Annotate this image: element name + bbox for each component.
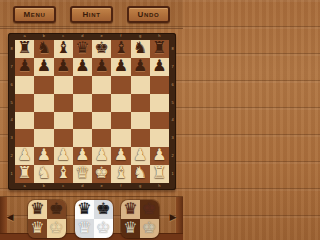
square-d5[interactable] bbox=[73, 94, 92, 112]
rank-label: 6 bbox=[9, 76, 14, 94]
square-h2[interactable]: ♟ bbox=[150, 147, 169, 165]
square-c5[interactable] bbox=[54, 94, 73, 112]
square-c2[interactable]: ♟ bbox=[54, 147, 73, 165]
square-d6[interactable] bbox=[73, 76, 92, 94]
square-f5[interactable] bbox=[111, 94, 130, 112]
square-c8[interactable]: ♝ bbox=[54, 40, 73, 58]
file-label: g bbox=[131, 184, 150, 189]
square-h7[interactable]: ♟ bbox=[150, 58, 169, 76]
square-h3[interactable] bbox=[150, 129, 169, 147]
file-label: a bbox=[15, 34, 34, 39]
square-g4[interactable] bbox=[131, 112, 150, 130]
square-a1[interactable]: ♜ bbox=[15, 165, 34, 183]
square-b6[interactable] bbox=[34, 76, 53, 94]
set-preview-square: ♛ bbox=[75, 200, 94, 219]
square-f6[interactable] bbox=[111, 76, 130, 94]
white-p-piece: ♟ bbox=[37, 147, 51, 163]
white-k-piece: ♚ bbox=[94, 165, 108, 181]
square-h6[interactable] bbox=[150, 76, 169, 94]
black-n-piece: ♞ bbox=[37, 40, 51, 56]
set-preview-k-piece: ♚ bbox=[96, 201, 110, 217]
rank-label: 5 bbox=[9, 94, 14, 112]
black-p-piece: ♟ bbox=[56, 58, 70, 74]
file-label: d bbox=[73, 34, 92, 39]
square-g3[interactable] bbox=[131, 129, 150, 147]
set-preview-square: ♚ bbox=[47, 200, 66, 219]
file-label: e bbox=[92, 34, 111, 39]
white-q-piece: ♛ bbox=[75, 165, 89, 181]
rank-label: 3 bbox=[170, 129, 175, 147]
square-h5[interactable] bbox=[150, 94, 169, 112]
undo-button[interactable]: Undo bbox=[127, 6, 170, 23]
square-g5[interactable] bbox=[131, 94, 150, 112]
set-preview-square: ♚ bbox=[47, 219, 66, 238]
white-p-piece: ♟ bbox=[17, 147, 31, 163]
file-label: h bbox=[150, 34, 169, 39]
square-f2[interactable]: ♟ bbox=[111, 147, 130, 165]
square-c4[interactable] bbox=[54, 112, 73, 130]
set-preview-square: ♛ bbox=[28, 219, 47, 238]
square-f1[interactable]: ♝ bbox=[111, 165, 130, 183]
chess-board-frame: abcdefgh abcdefgh 87654321 87654321 ♜♞♝♛… bbox=[8, 33, 176, 190]
toolbar: Menu Hint Undo bbox=[0, 0, 183, 29]
black-r-piece: ♜ bbox=[17, 40, 31, 56]
square-d7[interactable]: ♟ bbox=[73, 58, 92, 76]
black-b-piece: ♝ bbox=[114, 40, 128, 56]
rank-label: 1 bbox=[170, 165, 175, 183]
square-e3[interactable] bbox=[92, 129, 111, 147]
file-label: b bbox=[34, 34, 53, 39]
file-label: f bbox=[111, 34, 130, 39]
file-labels-top: abcdefgh bbox=[15, 34, 169, 39]
white-r-piece: ♜ bbox=[17, 165, 31, 181]
set-preview-k-piece: ♚ bbox=[49, 201, 63, 217]
set-preview-square: ♚ bbox=[140, 219, 159, 238]
square-a6[interactable] bbox=[15, 76, 34, 94]
file-label: b bbox=[34, 184, 53, 189]
black-p-piece: ♟ bbox=[152, 58, 166, 74]
square-e8[interactable]: ♚ bbox=[92, 40, 111, 58]
square-d4[interactable] bbox=[73, 112, 92, 130]
square-a8[interactable]: ♜ bbox=[15, 40, 34, 58]
rank-label: 6 bbox=[170, 76, 175, 94]
set-preview-k-piece: ♚ bbox=[142, 220, 156, 236]
black-p-piece: ♟ bbox=[75, 58, 89, 74]
square-g2[interactable]: ♟ bbox=[131, 147, 150, 165]
hint-button[interactable]: Hint bbox=[70, 6, 113, 23]
square-a7[interactable]: ♟ bbox=[15, 58, 34, 76]
white-p-piece: ♟ bbox=[94, 147, 108, 163]
menu-button[interactable]: Menu bbox=[13, 6, 56, 23]
white-b-piece: ♝ bbox=[56, 165, 70, 181]
set-preview-square: ♛ bbox=[121, 219, 140, 238]
set-preview-k-piece: ♚ bbox=[142, 201, 156, 217]
file-label: e bbox=[92, 184, 111, 189]
piece-set-tray: ◀ ▶ ♛♚♛♚♛♚♛♚♛♚♛♚ bbox=[0, 196, 183, 240]
white-r-piece: ♜ bbox=[152, 165, 166, 181]
prev-set-arrow-icon[interactable]: ◀ bbox=[4, 210, 16, 224]
square-e5[interactable] bbox=[92, 94, 111, 112]
set-preview-square: ♛ bbox=[121, 200, 140, 219]
black-p-piece: ♟ bbox=[17, 58, 31, 74]
set-preview-square: ♛ bbox=[75, 219, 94, 238]
square-d8[interactable]: ♛ bbox=[73, 40, 92, 58]
black-k-piece: ♚ bbox=[94, 40, 108, 56]
square-h4[interactable] bbox=[150, 112, 169, 130]
black-r-piece: ♜ bbox=[152, 40, 166, 56]
file-label: a bbox=[15, 184, 34, 189]
set-preview-square: ♚ bbox=[94, 219, 113, 238]
square-c6[interactable] bbox=[54, 76, 73, 94]
piece-set-option-staunton-set[interactable]: ♛♚♛♚ bbox=[121, 200, 159, 238]
set-preview-q-piece: ♛ bbox=[30, 220, 44, 236]
rank-label: 8 bbox=[170, 40, 175, 58]
square-f8[interactable]: ♝ bbox=[111, 40, 130, 58]
rank-label: 3 bbox=[9, 129, 14, 147]
file-label: c bbox=[54, 184, 73, 189]
piece-set-option-silver-set[interactable]: ♛♚♛♚ bbox=[75, 200, 113, 238]
square-a4[interactable] bbox=[15, 112, 34, 130]
square-h1[interactable]: ♜ bbox=[150, 165, 169, 183]
square-e2[interactable]: ♟ bbox=[92, 147, 111, 165]
set-preview-q-piece: ♛ bbox=[77, 201, 91, 217]
black-n-piece: ♞ bbox=[133, 40, 147, 56]
white-p-piece: ♟ bbox=[133, 147, 147, 163]
next-set-arrow-icon[interactable]: ▶ bbox=[167, 210, 179, 224]
file-label: g bbox=[131, 34, 150, 39]
square-e6[interactable] bbox=[92, 76, 111, 94]
set-preview-square: ♚ bbox=[94, 200, 113, 219]
white-p-piece: ♟ bbox=[56, 147, 70, 163]
set-preview-q-piece: ♛ bbox=[123, 201, 137, 217]
square-a2[interactable]: ♟ bbox=[15, 147, 34, 165]
square-c3[interactable] bbox=[54, 129, 73, 147]
file-label: c bbox=[54, 34, 73, 39]
square-e1[interactable]: ♚ bbox=[92, 165, 111, 183]
white-n-piece: ♞ bbox=[37, 165, 51, 181]
rank-label: 7 bbox=[170, 58, 175, 76]
file-label: h bbox=[150, 184, 169, 189]
square-b1[interactable]: ♞ bbox=[34, 165, 53, 183]
square-f4[interactable] bbox=[111, 112, 130, 130]
rank-label: 1 bbox=[9, 165, 14, 183]
black-p-piece: ♟ bbox=[114, 58, 128, 74]
rank-label: 8 bbox=[9, 40, 14, 58]
square-c7[interactable]: ♟ bbox=[54, 58, 73, 76]
piece-set-option-wood-set[interactable]: ♛♚♛♚ bbox=[28, 200, 66, 238]
square-b4[interactable] bbox=[34, 112, 53, 130]
file-labels-bottom: abcdefgh bbox=[15, 184, 169, 189]
rank-label: 4 bbox=[9, 112, 14, 130]
square-e7[interactable]: ♟ bbox=[92, 58, 111, 76]
square-b7[interactable]: ♟ bbox=[34, 58, 53, 76]
file-label: d bbox=[73, 184, 92, 189]
white-n-piece: ♞ bbox=[133, 165, 147, 181]
set-preview-q-piece: ♛ bbox=[30, 201, 44, 217]
set-preview-square: ♚ bbox=[140, 200, 159, 219]
file-label: f bbox=[111, 184, 130, 189]
white-p-piece: ♟ bbox=[114, 147, 128, 163]
set-preview-square: ♛ bbox=[28, 200, 47, 219]
rank-label: 2 bbox=[9, 147, 14, 165]
square-c1[interactable]: ♝ bbox=[54, 165, 73, 183]
square-g7[interactable]: ♟ bbox=[131, 58, 150, 76]
white-p-piece: ♟ bbox=[75, 147, 89, 163]
chess-board[interactable]: ♜♞♝♛♚♝♞♜♟♟♟♟♟♟♟♟♟♟♟♟♟♟♟♟♜♞♝♛♚♝♞♜ bbox=[15, 40, 169, 183]
square-b3[interactable] bbox=[34, 129, 53, 147]
black-p-piece: ♟ bbox=[133, 58, 147, 74]
square-e4[interactable] bbox=[92, 112, 111, 130]
black-b-piece: ♝ bbox=[56, 40, 70, 56]
square-a5[interactable] bbox=[15, 94, 34, 112]
square-d1[interactable]: ♛ bbox=[73, 165, 92, 183]
rank-label: 7 bbox=[9, 58, 14, 76]
rank-labels-right: 87654321 bbox=[170, 40, 175, 183]
rank-label: 4 bbox=[170, 112, 175, 130]
black-q-piece: ♛ bbox=[75, 40, 89, 56]
square-b8[interactable]: ♞ bbox=[34, 40, 53, 58]
rank-labels-left: 87654321 bbox=[9, 40, 14, 183]
square-g6[interactable] bbox=[131, 76, 150, 94]
square-b2[interactable]: ♟ bbox=[34, 147, 53, 165]
set-preview-q-piece: ♛ bbox=[77, 220, 91, 236]
square-g8[interactable]: ♞ bbox=[131, 40, 150, 58]
square-g1[interactable]: ♞ bbox=[131, 165, 150, 183]
square-b5[interactable] bbox=[34, 94, 53, 112]
square-d3[interactable] bbox=[73, 129, 92, 147]
white-p-piece: ♟ bbox=[152, 147, 166, 163]
square-a3[interactable] bbox=[15, 129, 34, 147]
square-f7[interactable]: ♟ bbox=[111, 58, 130, 76]
set-preview-k-piece: ♚ bbox=[96, 220, 110, 236]
set-preview-k-piece: ♚ bbox=[49, 220, 63, 236]
square-f3[interactable] bbox=[111, 129, 130, 147]
square-d2[interactable]: ♟ bbox=[73, 147, 92, 165]
black-p-piece: ♟ bbox=[94, 58, 108, 74]
square-h8[interactable]: ♜ bbox=[150, 40, 169, 58]
rank-label: 2 bbox=[170, 147, 175, 165]
white-b-piece: ♝ bbox=[114, 165, 128, 181]
set-preview-q-piece: ♛ bbox=[123, 220, 137, 236]
black-p-piece: ♟ bbox=[37, 58, 51, 74]
rank-label: 5 bbox=[170, 94, 175, 112]
